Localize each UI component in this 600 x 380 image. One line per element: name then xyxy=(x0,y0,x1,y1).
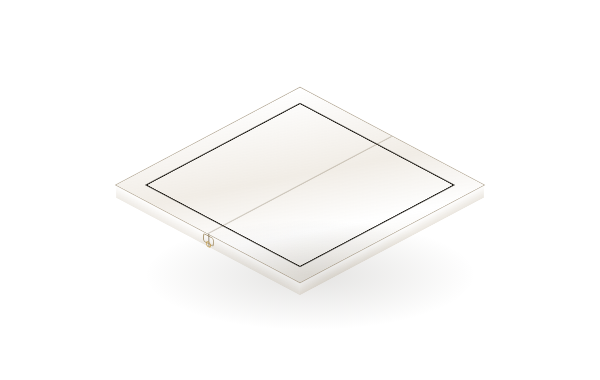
product-photo xyxy=(0,0,600,380)
